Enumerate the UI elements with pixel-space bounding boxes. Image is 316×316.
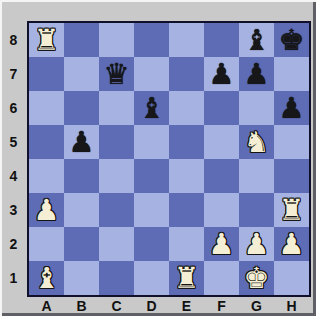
square-f7[interactable]: ♟ xyxy=(204,57,239,91)
square-a8[interactable]: ♜ xyxy=(29,23,64,57)
rank-label-1: 1 xyxy=(0,261,27,295)
square-h7[interactable] xyxy=(274,57,309,91)
square-d1[interactable] xyxy=(134,261,169,295)
square-b5[interactable]: ♟ xyxy=(64,125,99,159)
square-h3[interactable]: ♜ xyxy=(274,193,309,227)
square-e5[interactable] xyxy=(169,125,204,159)
square-f6[interactable] xyxy=(204,91,239,125)
square-b6[interactable] xyxy=(64,91,99,125)
square-c6[interactable] xyxy=(99,91,134,125)
square-a6[interactable] xyxy=(29,91,64,125)
square-e7[interactable] xyxy=(169,57,204,91)
rank-label-8: 8 xyxy=(0,23,27,57)
square-g3[interactable] xyxy=(239,193,274,227)
square-g6[interactable] xyxy=(239,91,274,125)
piece-white-rook[interactable]: ♜ xyxy=(279,193,305,227)
piece-black-pawn[interactable]: ♟ xyxy=(69,125,95,159)
piece-black-bishop[interactable]: ♝ xyxy=(244,23,270,57)
square-d5[interactable] xyxy=(134,125,169,159)
square-a3[interactable]: ♟ xyxy=(29,193,64,227)
square-d6[interactable]: ♝ xyxy=(134,91,169,125)
piece-white-bishop[interactable]: ♝ xyxy=(34,261,60,295)
square-d2[interactable] xyxy=(134,227,169,261)
piece-white-pawn[interactable]: ♟ xyxy=(209,227,235,261)
square-e2[interactable] xyxy=(169,227,204,261)
square-c3[interactable] xyxy=(99,193,134,227)
square-h5[interactable] xyxy=(274,125,309,159)
square-c7[interactable]: ♛ xyxy=(99,57,134,91)
square-c5[interactable] xyxy=(99,125,134,159)
piece-black-queen[interactable]: ♛ xyxy=(104,57,130,91)
piece-black-pawn[interactable]: ♟ xyxy=(209,57,235,91)
piece-white-pawn[interactable]: ♟ xyxy=(244,227,270,261)
piece-black-pawn[interactable]: ♟ xyxy=(279,91,305,125)
square-g5[interactable]: ♞ xyxy=(239,125,274,159)
square-b2[interactable] xyxy=(64,227,99,261)
square-c4[interactable] xyxy=(99,159,134,193)
square-b1[interactable] xyxy=(64,261,99,295)
square-h2[interactable]: ♟ xyxy=(274,227,309,261)
piece-white-rook[interactable]: ♜ xyxy=(34,23,60,57)
file-label-b: B xyxy=(64,297,99,315)
piece-white-knight[interactable]: ♞ xyxy=(244,125,270,159)
chessboard-panel: ♜♝♚♛♟♟♝♟♟♞♟♜♟♟♟♝♜♚ 87654321 ABCDEFGH xyxy=(0,0,316,316)
square-h8[interactable]: ♚ xyxy=(274,23,309,57)
square-d8[interactable] xyxy=(134,23,169,57)
file-label-f: F xyxy=(204,297,239,315)
square-c1[interactable] xyxy=(99,261,134,295)
piece-white-pawn[interactable]: ♟ xyxy=(34,193,60,227)
square-a1[interactable]: ♝ xyxy=(29,261,64,295)
piece-black-king[interactable]: ♚ xyxy=(279,23,305,57)
square-d7[interactable] xyxy=(134,57,169,91)
piece-white-king[interactable]: ♚ xyxy=(244,261,270,295)
square-h6[interactable]: ♟ xyxy=(274,91,309,125)
square-h4[interactable] xyxy=(274,159,309,193)
square-e1[interactable]: ♜ xyxy=(169,261,204,295)
piece-white-rook[interactable]: ♜ xyxy=(174,261,200,295)
square-h1[interactable] xyxy=(274,261,309,295)
rank-label-3: 3 xyxy=(0,193,27,227)
file-label-a: A xyxy=(29,297,64,315)
square-a2[interactable] xyxy=(29,227,64,261)
square-b3[interactable] xyxy=(64,193,99,227)
square-b7[interactable] xyxy=(64,57,99,91)
square-f5[interactable] xyxy=(204,125,239,159)
square-e4[interactable] xyxy=(169,159,204,193)
rank-label-6: 6 xyxy=(0,91,27,125)
piece-black-pawn[interactable]: ♟ xyxy=(244,57,270,91)
square-b8[interactable] xyxy=(64,23,99,57)
square-e8[interactable] xyxy=(169,23,204,57)
square-e3[interactable] xyxy=(169,193,204,227)
square-b4[interactable] xyxy=(64,159,99,193)
file-label-g: G xyxy=(239,297,274,315)
rank-label-7: 7 xyxy=(0,57,27,91)
square-f8[interactable] xyxy=(204,23,239,57)
square-g8[interactable]: ♝ xyxy=(239,23,274,57)
file-label-e: E xyxy=(169,297,204,315)
square-d3[interactable] xyxy=(134,193,169,227)
square-e6[interactable] xyxy=(169,91,204,125)
rank-label-2: 2 xyxy=(0,227,27,261)
square-d4[interactable] xyxy=(134,159,169,193)
square-c8[interactable] xyxy=(99,23,134,57)
file-label-c: C xyxy=(99,297,134,315)
square-g1[interactable]: ♚ xyxy=(239,261,274,295)
square-c2[interactable] xyxy=(99,227,134,261)
square-f4[interactable] xyxy=(204,159,239,193)
file-label-d: D xyxy=(134,297,169,315)
square-a4[interactable] xyxy=(29,159,64,193)
rank-label-4: 4 xyxy=(0,159,27,193)
square-f2[interactable]: ♟ xyxy=(204,227,239,261)
chess-board: ♜♝♚♛♟♟♝♟♟♞♟♜♟♟♟♝♜♚ xyxy=(27,21,311,297)
square-a5[interactable] xyxy=(29,125,64,159)
square-a7[interactable] xyxy=(29,57,64,91)
square-g7[interactable]: ♟ xyxy=(239,57,274,91)
piece-black-bishop[interactable]: ♝ xyxy=(139,91,165,125)
square-g2[interactable]: ♟ xyxy=(239,227,274,261)
piece-white-pawn[interactable]: ♟ xyxy=(279,227,305,261)
rank-label-5: 5 xyxy=(0,125,27,159)
square-f1[interactable] xyxy=(204,261,239,295)
square-g4[interactable] xyxy=(239,159,274,193)
square-f3[interactable] xyxy=(204,193,239,227)
file-label-h: H xyxy=(274,297,309,315)
